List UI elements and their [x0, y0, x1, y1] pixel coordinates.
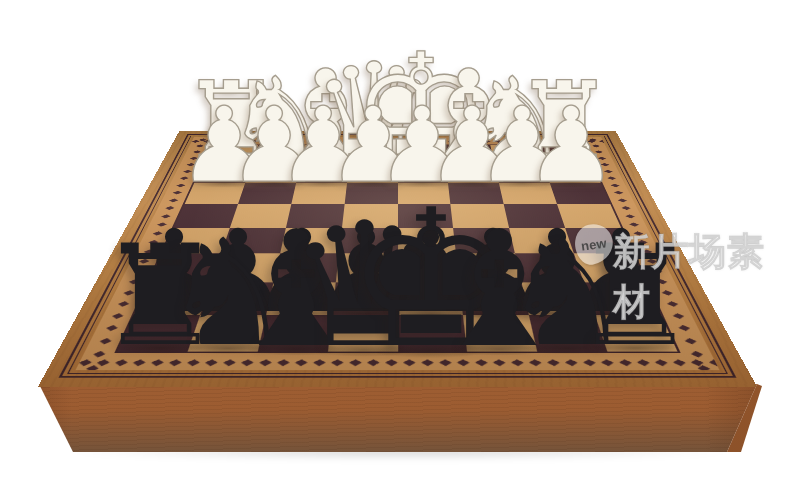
pieces-layer: ♜♞♝♛♚♝♞♜♟♟♟♟♟♟♟♟♟♟♟♟♟♟♟♟♜♞♝♛♚♝♞♜: [0, 0, 800, 498]
black-rook[interactable]: ♜: [573, 227, 698, 366]
chess-photo-scene: ◆◆◆◆◆◆◆◆◆◆◆◆◆◆◆◆◆◆◆◆◆◆◆◆◆◆◆◆◆◆◆◆◆◆◆◆◆◆◆◆…: [0, 0, 800, 498]
white-pawn[interactable]: ♟: [524, 93, 617, 197]
